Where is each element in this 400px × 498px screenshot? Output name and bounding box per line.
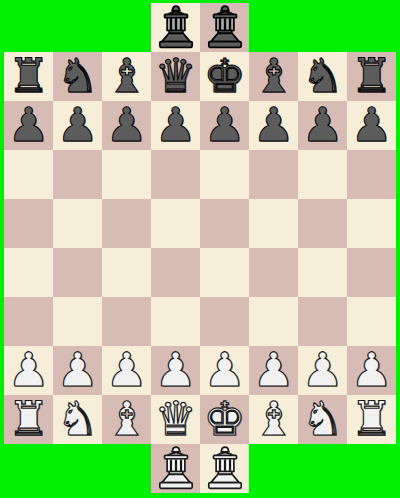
square-d5[interactable] bbox=[151, 199, 200, 248]
square-g7[interactable]: ♟ bbox=[298, 101, 347, 150]
black-pawn-piece[interactable]: ♟ bbox=[301, 101, 343, 149]
white-pawn-piece[interactable]: ♟ bbox=[154, 346, 196, 394]
square-b7[interactable]: ♟ bbox=[53, 101, 102, 150]
square-g5[interactable] bbox=[298, 199, 347, 248]
square-g2[interactable]: ♟ bbox=[298, 346, 347, 395]
square-c6[interactable] bbox=[102, 150, 151, 199]
square-h3[interactable] bbox=[347, 297, 396, 346]
black-pawn-piece[interactable]: ♟ bbox=[203, 101, 245, 149]
square-e7[interactable]: ♟ bbox=[200, 101, 249, 150]
black-lantern-piece[interactable] bbox=[155, 5, 197, 51]
square-d0[interactable] bbox=[151, 444, 200, 493]
square-a8[interactable]: ♜ bbox=[4, 52, 53, 101]
white-knight-piece[interactable]: ♞ bbox=[301, 395, 343, 443]
square-d7[interactable]: ♟ bbox=[151, 101, 200, 150]
square-a1[interactable]: ♜ bbox=[4, 395, 53, 444]
square-h5[interactable] bbox=[347, 199, 396, 248]
square-a5[interactable] bbox=[4, 199, 53, 248]
black-pawn-piece[interactable]: ♟ bbox=[56, 101, 98, 149]
black-knight-piece[interactable]: ♞ bbox=[301, 52, 343, 100]
square-f4[interactable] bbox=[249, 248, 298, 297]
square-f1[interactable]: ♝ bbox=[249, 395, 298, 444]
white-pawn-piece[interactable]: ♟ bbox=[105, 346, 147, 394]
square-e3[interactable] bbox=[200, 297, 249, 346]
square-f2[interactable]: ♟ bbox=[249, 346, 298, 395]
square-e5[interactable] bbox=[200, 199, 249, 248]
offboard-area bbox=[102, 444, 151, 493]
square-b8[interactable]: ♞ bbox=[53, 52, 102, 101]
square-b5[interactable] bbox=[53, 199, 102, 248]
square-d3[interactable] bbox=[151, 297, 200, 346]
offboard-area bbox=[4, 444, 53, 493]
black-bishop-piece[interactable]: ♝ bbox=[105, 52, 147, 100]
square-c8[interactable]: ♝ bbox=[102, 52, 151, 101]
square-b6[interactable] bbox=[53, 150, 102, 199]
square-e2[interactable]: ♟ bbox=[200, 346, 249, 395]
white-knight-piece[interactable]: ♞ bbox=[56, 395, 98, 443]
square-f3[interactable] bbox=[249, 297, 298, 346]
square-f5[interactable] bbox=[249, 199, 298, 248]
offboard-area bbox=[298, 3, 347, 52]
offboard-area bbox=[347, 444, 396, 493]
square-g8[interactable]: ♞ bbox=[298, 52, 347, 101]
black-rook-piece[interactable]: ♜ bbox=[350, 52, 392, 100]
square-a2[interactable]: ♟ bbox=[4, 346, 53, 395]
square-h4[interactable] bbox=[347, 248, 396, 297]
square-h6[interactable] bbox=[347, 150, 396, 199]
white-pawn-piece[interactable]: ♟ bbox=[203, 346, 245, 394]
square-b4[interactable] bbox=[53, 248, 102, 297]
offboard-area bbox=[102, 3, 151, 52]
black-pawn-piece[interactable]: ♟ bbox=[252, 101, 294, 149]
square-d2[interactable]: ♟ bbox=[151, 346, 200, 395]
square-a6[interactable] bbox=[4, 150, 53, 199]
square-e8[interactable]: ♚ bbox=[200, 52, 249, 101]
square-c5[interactable] bbox=[102, 199, 151, 248]
square-g4[interactable] bbox=[298, 248, 347, 297]
white-pawn-piece[interactable]: ♟ bbox=[7, 346, 49, 394]
square-c3[interactable] bbox=[102, 297, 151, 346]
black-pawn-piece[interactable]: ♟ bbox=[7, 101, 49, 149]
white-rook-piece[interactable]: ♜ bbox=[350, 395, 392, 443]
square-f7[interactable]: ♟ bbox=[249, 101, 298, 150]
square-b1[interactable]: ♞ bbox=[53, 395, 102, 444]
square-c4[interactable] bbox=[102, 248, 151, 297]
square-f6[interactable] bbox=[249, 150, 298, 199]
square-h8[interactable]: ♜ bbox=[347, 52, 396, 101]
white-lantern-piece[interactable] bbox=[204, 446, 246, 492]
white-king-piece[interactable]: ♚ bbox=[203, 395, 245, 443]
offboard-area bbox=[53, 444, 102, 493]
square-e0[interactable] bbox=[200, 444, 249, 493]
square-c7[interactable]: ♟ bbox=[102, 101, 151, 150]
black-lantern-piece[interactable] bbox=[204, 5, 246, 51]
white-pawn-piece[interactable]: ♟ bbox=[350, 346, 392, 394]
offboard-area bbox=[249, 3, 298, 52]
offboard-area bbox=[347, 3, 396, 52]
square-h7[interactable]: ♟ bbox=[347, 101, 396, 150]
square-g6[interactable] bbox=[298, 150, 347, 199]
square-g3[interactable] bbox=[298, 297, 347, 346]
white-pawn-piece[interactable]: ♟ bbox=[252, 346, 294, 394]
square-d9[interactable] bbox=[151, 3, 200, 52]
offboard-area bbox=[298, 444, 347, 493]
black-pawn-piece[interactable]: ♟ bbox=[154, 101, 196, 149]
square-a4[interactable] bbox=[4, 248, 53, 297]
square-h1[interactable]: ♜ bbox=[347, 395, 396, 444]
square-d6[interactable] bbox=[151, 150, 200, 199]
square-e4[interactable] bbox=[200, 248, 249, 297]
square-a7[interactable]: ♟ bbox=[4, 101, 53, 150]
square-e9[interactable] bbox=[200, 3, 249, 52]
white-pawn-piece[interactable]: ♟ bbox=[301, 346, 343, 394]
square-d8[interactable]: ♛ bbox=[151, 52, 200, 101]
black-pawn-piece[interactable]: ♟ bbox=[350, 101, 392, 149]
black-bishop-piece[interactable]: ♝ bbox=[252, 52, 294, 100]
white-lantern-piece[interactable] bbox=[155, 446, 197, 492]
square-b2[interactable]: ♟ bbox=[53, 346, 102, 395]
black-rook-piece[interactable]: ♜ bbox=[7, 52, 49, 100]
white-bishop-piece[interactable]: ♝ bbox=[105, 395, 147, 443]
square-b3[interactable] bbox=[53, 297, 102, 346]
white-queen-piece[interactable]: ♛ bbox=[154, 395, 196, 443]
black-knight-piece[interactable]: ♞ bbox=[56, 52, 98, 100]
chess-gui-window: ♜♞♝♛♚♝♞♜♟♟♟♟♟♟♟♟♟♟♟♟♟♟♟♟♜♞♝♛♚♝♞♜ bbox=[0, 0, 400, 498]
square-e6[interactable] bbox=[200, 150, 249, 199]
black-queen-piece[interactable]: ♛ bbox=[154, 52, 196, 100]
square-c1[interactable]: ♝ bbox=[102, 395, 151, 444]
chess-board: ♜♞♝♛♚♝♞♜♟♟♟♟♟♟♟♟♟♟♟♟♟♟♟♟♜♞♝♛♚♝♞♜ bbox=[4, 3, 396, 493]
square-a3[interactable] bbox=[4, 297, 53, 346]
black-king-piece[interactable]: ♚ bbox=[203, 52, 245, 100]
square-g1[interactable]: ♞ bbox=[298, 395, 347, 444]
square-d1[interactable]: ♛ bbox=[151, 395, 200, 444]
square-h2[interactable]: ♟ bbox=[347, 346, 396, 395]
square-e1[interactable]: ♚ bbox=[200, 395, 249, 444]
white-pawn-piece[interactable]: ♟ bbox=[56, 346, 98, 394]
black-pawn-piece[interactable]: ♟ bbox=[105, 101, 147, 149]
offboard-area bbox=[53, 3, 102, 52]
square-c2[interactable]: ♟ bbox=[102, 346, 151, 395]
white-bishop-piece[interactable]: ♝ bbox=[252, 395, 294, 443]
square-f8[interactable]: ♝ bbox=[249, 52, 298, 101]
square-d4[interactable] bbox=[151, 248, 200, 297]
offboard-area bbox=[249, 444, 298, 493]
offboard-area bbox=[4, 3, 53, 52]
white-rook-piece[interactable]: ♜ bbox=[7, 395, 49, 443]
